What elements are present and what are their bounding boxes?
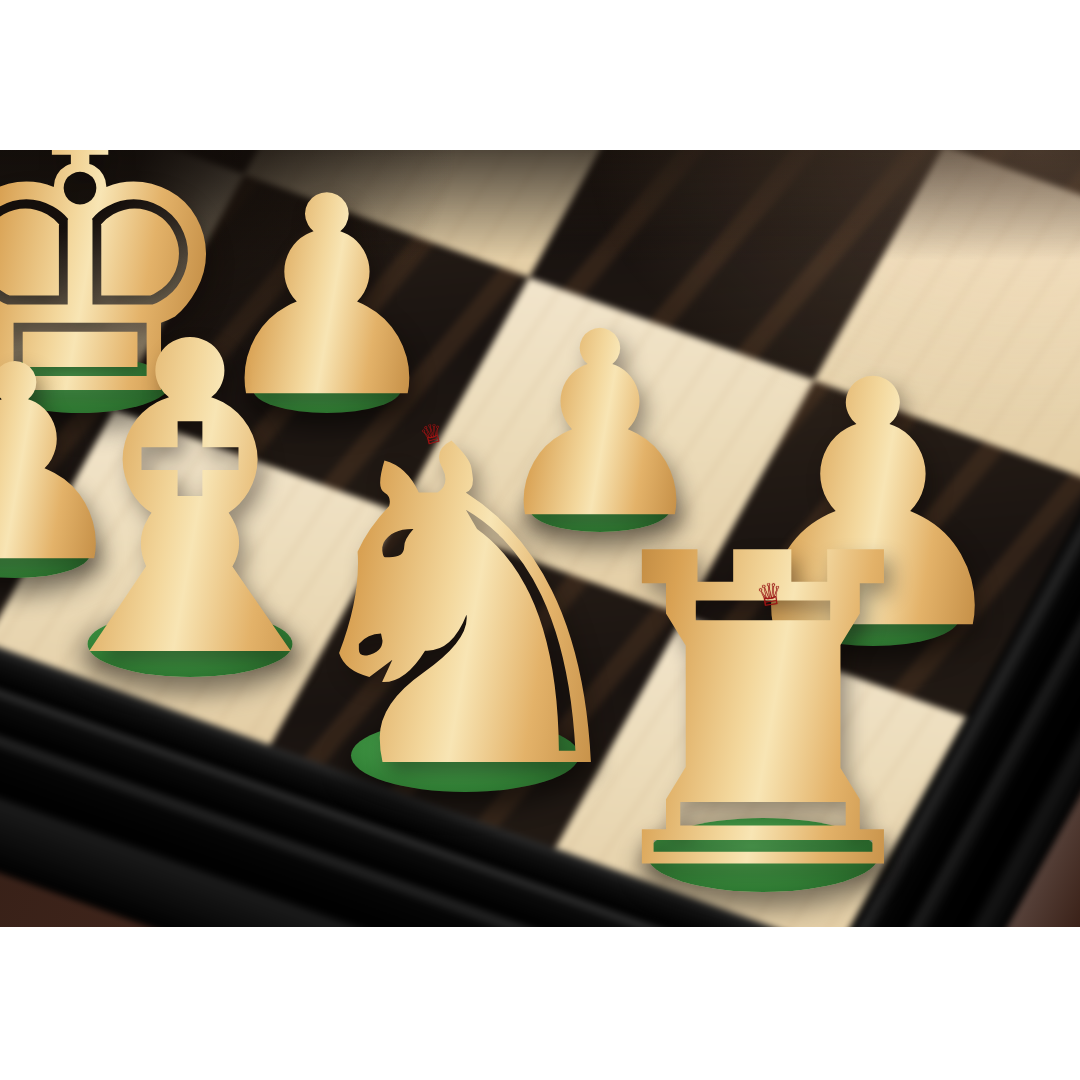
page-white-background: { "game": "chess", "scene": { "descripti… [0,0,1080,1080]
red-crown-stamp: ♕ [755,578,786,611]
rook-glyph: ♜ [570,499,956,927]
chess-set-product-photo: ♚♟♟♟♟♝♞♕♜♕ [0,150,1080,927]
